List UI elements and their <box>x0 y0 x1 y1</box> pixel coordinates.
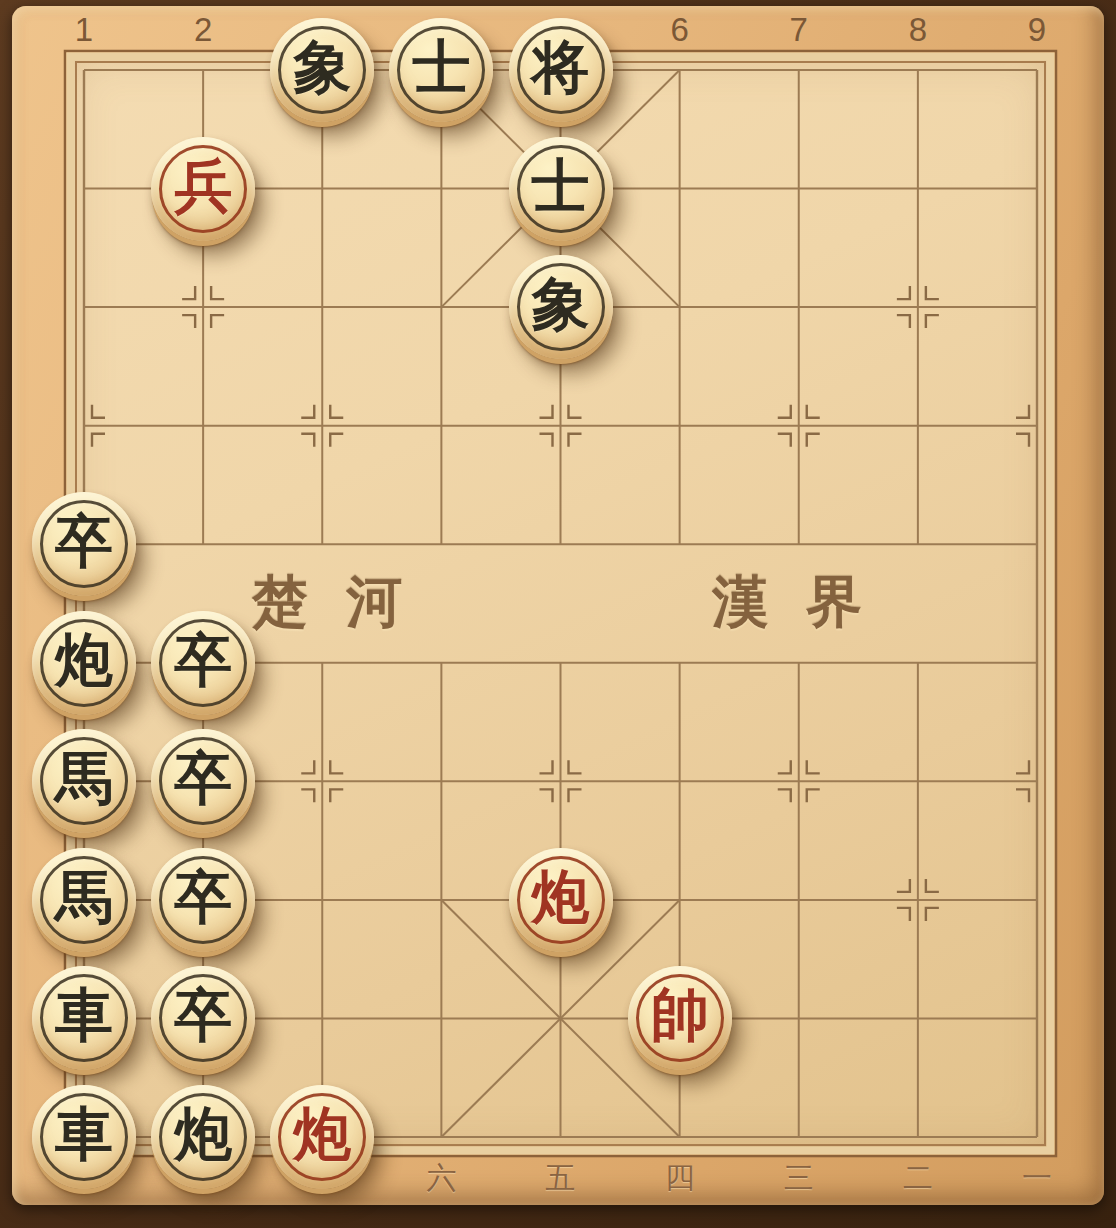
piece-character: 象 <box>532 266 590 344</box>
piece-character: 士 <box>412 29 470 107</box>
river-label-chuhe: 楚河 <box>252 570 440 634</box>
piece-ring <box>40 619 128 707</box>
piece-red-cannon[interactable]: 炮 <box>509 848 613 952</box>
piece-ring <box>159 974 247 1062</box>
piece-black-soldier[interactable]: 卒 <box>151 848 255 952</box>
piece-black-cannon[interactable]: 炮 <box>151 1085 255 1189</box>
piece-ring <box>517 263 605 351</box>
piece-black-chariot[interactable]: 車 <box>32 966 136 1070</box>
piece-ring <box>636 974 724 1062</box>
piece-ring <box>517 26 605 114</box>
piece-black-soldier[interactable]: 卒 <box>151 611 255 715</box>
piece-character: 帥 <box>651 977 709 1055</box>
piece-character: 卒 <box>55 503 113 581</box>
piece-ring <box>40 737 128 825</box>
piece-character: 卒 <box>174 859 232 937</box>
piece-black-horse[interactable]: 馬 <box>32 729 136 833</box>
piece-ring <box>159 1093 247 1181</box>
piece-black-soldier[interactable]: 卒 <box>32 492 136 596</box>
piece-character: 炮 <box>174 1096 232 1174</box>
piece-black-soldier[interactable]: 卒 <box>151 729 255 833</box>
piece-character: 卒 <box>174 977 232 1055</box>
piece-ring <box>40 974 128 1062</box>
piece-black-general[interactable]: 将 <box>509 18 613 122</box>
piece-black-horse[interactable]: 馬 <box>32 848 136 952</box>
piece-character: 馬 <box>55 740 113 818</box>
piece-ring <box>517 145 605 233</box>
piece-ring <box>159 619 247 707</box>
piece-character: 炮 <box>532 859 590 937</box>
piece-character: 馬 <box>55 859 113 937</box>
piece-ring <box>40 1093 128 1181</box>
piece-black-chariot[interactable]: 車 <box>32 1085 136 1189</box>
piece-black-advisor[interactable]: 士 <box>509 137 613 241</box>
piece-red-general[interactable]: 帥 <box>628 966 732 1070</box>
piece-ring <box>397 26 485 114</box>
piece-character: 車 <box>55 1096 113 1174</box>
piece-black-soldier[interactable]: 卒 <box>151 966 255 1070</box>
piece-ring <box>40 500 128 588</box>
piece-character: 炮 <box>55 622 113 700</box>
river-label-hanjie: 漢界 <box>712 570 900 634</box>
xiangqi-app: 楚河 漢界 126789 六五四三二一 象士将兵士象卒炮卒馬卒馬卒炮車卒帥車炮炮 <box>0 0 1116 1228</box>
piece-character: 士 <box>532 148 590 226</box>
piece-character: 兵 <box>174 148 232 226</box>
piece-ring <box>159 856 247 944</box>
piece-ring <box>40 856 128 944</box>
piece-character: 車 <box>55 977 113 1055</box>
piece-ring <box>278 1093 366 1181</box>
piece-black-elephant[interactable]: 象 <box>270 18 374 122</box>
piece-ring <box>517 856 605 944</box>
piece-character: 象 <box>293 29 351 107</box>
piece-red-cannon[interactable]: 炮 <box>270 1085 374 1189</box>
piece-ring <box>278 26 366 114</box>
piece-character: 卒 <box>174 622 232 700</box>
piece-red-soldier[interactable]: 兵 <box>151 137 255 241</box>
piece-character: 将 <box>532 29 590 107</box>
piece-ring <box>159 737 247 825</box>
piece-character: 卒 <box>174 740 232 818</box>
piece-ring <box>159 145 247 233</box>
piece-black-elephant[interactable]: 象 <box>509 255 613 359</box>
piece-black-cannon[interactable]: 炮 <box>32 611 136 715</box>
piece-character: 炮 <box>293 1096 351 1174</box>
piece-black-advisor[interactable]: 士 <box>389 18 493 122</box>
